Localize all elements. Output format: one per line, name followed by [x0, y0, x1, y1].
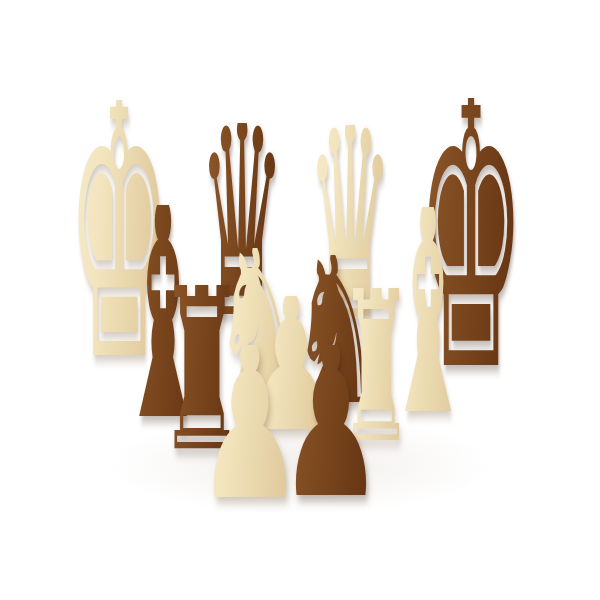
dark-king-piece: ♚	[350, 98, 592, 370]
product-photo-canvas: ♚♛♛♚♝♞♞♝♜♜♟♟♟	[0, 0, 600, 600]
ground-shadow	[105, 415, 495, 515]
light-pawn-middle-piece: ♟	[188, 296, 395, 431]
light-queen-piece: ♛	[252, 125, 447, 320]
light-bishop-piece: ♝	[330, 207, 527, 415]
dark-knight-piece: ♞	[236, 255, 436, 405]
dark-bishop-piece: ♝	[61, 205, 264, 420]
light-knight-piece: ♞	[158, 248, 358, 398]
dark-queen-piece: ♛	[144, 123, 339, 318]
light-king-piece: ♚	[3, 100, 234, 360]
